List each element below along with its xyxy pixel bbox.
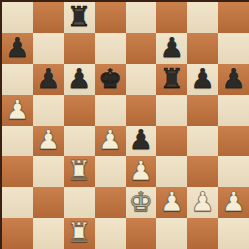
square-d8[interactable] [95,2,126,33]
square-c3[interactable]: ♜ [64,156,95,187]
square-d3[interactable] [95,156,126,187]
square-f4[interactable] [156,126,187,157]
square-h7[interactable] [218,33,249,64]
piece-white-pawn-b4[interactable]: ♟ [36,126,60,153]
square-a3[interactable] [2,156,33,187]
square-b7[interactable] [33,33,64,64]
chess-board[interactable]: ♜♟♟♟♟♚♜♟♟♟♟♟♟♜♟♚♟♟♟♜ [2,2,249,249]
square-f8[interactable] [156,2,187,33]
square-b1[interactable] [33,218,64,249]
square-b3[interactable] [33,156,64,187]
square-f7[interactable]: ♟ [156,33,187,64]
piece-black-king-d6[interactable]: ♚ [98,65,122,92]
square-e5[interactable] [126,95,157,126]
piece-black-rook-c8[interactable]: ♜ [67,3,91,30]
piece-white-pawn-e3[interactable]: ♟ [129,157,153,184]
square-h8[interactable] [218,2,249,33]
square-d5[interactable] [95,95,126,126]
piece-white-rook-c1[interactable]: ♜ [67,219,91,246]
square-c6[interactable]: ♟ [64,64,95,95]
square-a5[interactable]: ♟ [2,95,33,126]
square-f5[interactable] [156,95,187,126]
square-a1[interactable] [2,218,33,249]
square-d4[interactable]: ♟ [95,126,126,157]
square-a4[interactable] [2,126,33,157]
square-h4[interactable] [218,126,249,157]
piece-white-king-e2[interactable]: ♚ [129,188,153,215]
piece-white-pawn-a5[interactable]: ♟ [5,96,29,123]
piece-black-pawn-b6[interactable]: ♟ [36,65,60,92]
square-b4[interactable]: ♟ [33,126,64,157]
square-g2[interactable]: ♟ [187,187,218,218]
square-g7[interactable] [187,33,218,64]
square-f1[interactable] [156,218,187,249]
square-h5[interactable] [218,95,249,126]
square-h2[interactable]: ♟ [218,187,249,218]
square-h1[interactable] [218,218,249,249]
square-h3[interactable] [218,156,249,187]
square-b5[interactable] [33,95,64,126]
square-a8[interactable] [2,2,33,33]
square-g4[interactable] [187,126,218,157]
square-b2[interactable] [33,187,64,218]
square-c5[interactable] [64,95,95,126]
square-a7[interactable]: ♟ [2,33,33,64]
square-h6[interactable]: ♟ [218,64,249,95]
square-f6[interactable]: ♜ [156,64,187,95]
square-d2[interactable] [95,187,126,218]
piece-black-pawn-h6[interactable]: ♟ [221,65,245,92]
piece-black-pawn-g6[interactable]: ♟ [191,65,215,92]
square-g6[interactable]: ♟ [187,64,218,95]
square-e1[interactable] [126,218,157,249]
square-c2[interactable] [64,187,95,218]
square-a2[interactable] [2,187,33,218]
square-g3[interactable] [187,156,218,187]
piece-black-pawn-e4[interactable]: ♟ [129,126,153,153]
piece-white-pawn-d4[interactable]: ♟ [98,126,122,153]
square-f2[interactable]: ♟ [156,187,187,218]
square-b8[interactable] [33,2,64,33]
chess-board-frame: ♜♟♟♟♟♚♜♟♟♟♟♟♟♜♟♚♟♟♟♜ [0,0,249,249]
square-e8[interactable] [126,2,157,33]
square-d7[interactable] [95,33,126,64]
square-c1[interactable]: ♜ [64,218,95,249]
piece-white-rook-c3[interactable]: ♜ [67,157,91,184]
square-g5[interactable] [187,95,218,126]
square-d6[interactable]: ♚ [95,64,126,95]
piece-white-pawn-h2[interactable]: ♟ [221,188,245,215]
piece-black-rook-f6[interactable]: ♜ [160,65,184,92]
square-d1[interactable] [95,218,126,249]
square-c4[interactable] [64,126,95,157]
piece-black-pawn-f7[interactable]: ♟ [160,34,184,61]
square-b6[interactable]: ♟ [33,64,64,95]
square-c8[interactable]: ♜ [64,2,95,33]
piece-black-pawn-a7[interactable]: ♟ [5,34,29,61]
square-f3[interactable] [156,156,187,187]
square-c7[interactable] [64,33,95,64]
square-a6[interactable] [2,64,33,95]
square-e3[interactable]: ♟ [126,156,157,187]
piece-white-pawn-f2[interactable]: ♟ [160,188,184,215]
piece-black-pawn-c6[interactable]: ♟ [67,65,91,92]
square-e7[interactable] [126,33,157,64]
square-e2[interactable]: ♚ [126,187,157,218]
square-e4[interactable]: ♟ [126,126,157,157]
square-g1[interactable] [187,218,218,249]
square-e6[interactable] [126,64,157,95]
square-g8[interactable] [187,2,218,33]
piece-white-pawn-g2[interactable]: ♟ [191,188,215,215]
